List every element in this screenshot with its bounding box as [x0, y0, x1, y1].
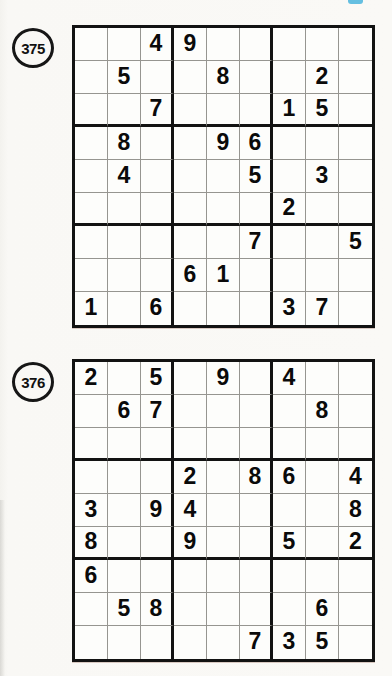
- sudoku-cell-r3c7: 1: [273, 94, 306, 127]
- given-digit: 4: [283, 366, 296, 389]
- sudoku-cell-r2c8: 8: [306, 395, 339, 428]
- sudoku-cell-r3c2: [108, 94, 141, 127]
- given-digit: 7: [249, 230, 262, 253]
- sudoku-cell-r7c6: 7: [240, 226, 273, 259]
- puzzle-number: 375: [21, 40, 45, 57]
- sudoku-cell-r6c6: [240, 193, 273, 226]
- given-digit: 8: [316, 399, 329, 422]
- sudoku-cell-r8c6: [240, 593, 273, 626]
- sudoku-cell-r4c3: [141, 461, 174, 494]
- sudoku-cell-r4c9: 4: [339, 461, 372, 494]
- given-digit: 6: [249, 131, 262, 154]
- sudoku-cell-r2c7: [273, 61, 306, 94]
- sudoku-cell-r4c2: [108, 461, 141, 494]
- sudoku-cell-r2c2: 6: [108, 395, 141, 428]
- sudoku-cell-r5c3: [141, 160, 174, 193]
- sudoku-cell-r7c3: [141, 560, 174, 593]
- sudoku-cell-r1c5: 9: [207, 362, 240, 395]
- given-digit: 6: [85, 564, 98, 587]
- sudoku-cell-r1c8: [306, 28, 339, 61]
- sudoku-cell-r2c8: 2: [306, 61, 339, 94]
- sudoku-cell-r3c1: [75, 428, 108, 461]
- sudoku-cell-r3c5: [207, 428, 240, 461]
- sudoku-cell-r5c2: [108, 494, 141, 527]
- sudoku-cell-r5c5: [207, 160, 240, 193]
- sudoku-cell-r7c6: [240, 560, 273, 593]
- sudoku-cell-r6c1: 8: [75, 527, 108, 560]
- sudoku-cell-r3c6: [240, 94, 273, 127]
- sudoku-cell-r6c4: 9: [174, 527, 207, 560]
- given-digit: 6: [150, 296, 163, 319]
- given-digit: 2: [283, 196, 296, 219]
- sudoku-cell-r7c2: [108, 226, 141, 259]
- page-corner-print-mark: [348, 0, 363, 4]
- given-digit: 5: [283, 530, 296, 553]
- sudoku-cell-r3c3: [141, 428, 174, 461]
- sudoku-cell-r8c3: 8: [141, 593, 174, 626]
- sudoku-cell-r7c8: [306, 560, 339, 593]
- sudoku-cell-r9c6: 7: [240, 626, 273, 659]
- sudoku-cell-r7c2: [108, 560, 141, 593]
- given-digit: 8: [249, 465, 262, 488]
- sudoku-cell-r2c3: 7: [141, 395, 174, 428]
- sudoku-cell-r7c4: [174, 226, 207, 259]
- sudoku-cell-r1c9: [339, 28, 372, 61]
- sudoku-cell-r5c8: 3: [306, 160, 339, 193]
- sudoku-cell-r7c1: 6: [75, 560, 108, 593]
- sudoku-cell-r4c8: [306, 461, 339, 494]
- sudoku-cell-r5c1: 3: [75, 494, 108, 527]
- sudoku-cell-r7c1: [75, 226, 108, 259]
- sudoku-cell-r9c2: [108, 292, 141, 325]
- sudoku-cell-r4c1: [75, 461, 108, 494]
- sudoku-cell-r1c4: 9: [174, 28, 207, 61]
- sudoku-cell-r7c7: [273, 560, 306, 593]
- sudoku-cell-r5c4: 4: [174, 494, 207, 527]
- sudoku-cell-r5c3: 9: [141, 494, 174, 527]
- given-digit: 2: [184, 465, 197, 488]
- given-digit: 5: [118, 65, 131, 88]
- sudoku-cell-r8c5: [207, 593, 240, 626]
- sudoku-cell-r7c9: [339, 560, 372, 593]
- sudoku-cell-r8c1: [75, 593, 108, 626]
- sudoku-cell-r9c4: [174, 292, 207, 325]
- sudoku-cell-r9c7: 3: [273, 626, 306, 659]
- given-digit: 1: [283, 97, 296, 120]
- sudoku-cell-r2c7: [273, 395, 306, 428]
- sudoku-cell-r6c8: [306, 193, 339, 226]
- sudoku-cell-r4c5: 9: [207, 127, 240, 160]
- given-digit: 9: [150, 498, 163, 521]
- sudoku-cell-r9c8: 7: [306, 292, 339, 325]
- sudoku-cell-r1c5: [207, 28, 240, 61]
- given-digit: 3: [316, 164, 329, 187]
- sudoku-cell-r6c5: [207, 527, 240, 560]
- given-digit: 8: [85, 530, 98, 553]
- sudoku-cell-r1c3: 5: [141, 362, 174, 395]
- sudoku-cell-r1c1: 2: [75, 362, 108, 395]
- sudoku-cell-r6c7: 5: [273, 527, 306, 560]
- given-digit: 6: [184, 263, 197, 286]
- sudoku-cell-r6c4: [174, 193, 207, 226]
- given-digit: 5: [316, 630, 329, 653]
- sudoku-cell-r3c9: [339, 94, 372, 127]
- given-digit: 2: [316, 65, 329, 88]
- sudoku-cell-r9c9: [339, 626, 372, 659]
- sudoku-cell-r7c4: [174, 560, 207, 593]
- sudoku-cell-r3c8: [306, 428, 339, 461]
- sudoku-cell-r4c7: 6: [273, 461, 306, 494]
- sudoku-cell-r6c2: [108, 527, 141, 560]
- given-digit: 1: [85, 296, 98, 319]
- given-digit: 5: [150, 366, 163, 389]
- sudoku-cell-r9c4: [174, 626, 207, 659]
- sudoku-cell-r9c1: [75, 626, 108, 659]
- sudoku-cell-r5c7: [273, 160, 306, 193]
- sudoku-cell-r8c6: [240, 259, 273, 292]
- sudoku-cell-r3c3: 7: [141, 94, 174, 127]
- sudoku-cell-r3c5: [207, 94, 240, 127]
- sudoku-cell-r1c2: [108, 362, 141, 395]
- sudoku-cell-r5c9: [339, 160, 372, 193]
- sudoku-cell-r6c7: 2: [273, 193, 306, 226]
- sudoku-cell-r5c8: [306, 494, 339, 527]
- given-digit: 3: [283, 630, 296, 653]
- sudoku-cell-r1c1: [75, 28, 108, 61]
- sudoku-cell-r1c9: [339, 362, 372, 395]
- sudoku-cell-r7c5: [207, 226, 240, 259]
- page-edge-shadow: [0, 500, 5, 676]
- given-digit: 8: [150, 597, 163, 620]
- sudoku-cell-r2c6: [240, 61, 273, 94]
- sudoku-cell-r1c7: 4: [273, 362, 306, 395]
- sudoku-cell-r6c9: [339, 193, 372, 226]
- given-digit: 1: [217, 263, 230, 286]
- sudoku-cell-r6c3: [141, 193, 174, 226]
- sudoku-cell-r2c9: [339, 61, 372, 94]
- sudoku-cell-r8c9: [339, 593, 372, 626]
- sudoku-cell-r2c5: [207, 395, 240, 428]
- sudoku-cell-r8c4: 6: [174, 259, 207, 292]
- sudoku-cell-r9c1: 1: [75, 292, 108, 325]
- sudoku-cell-r8c2: [108, 259, 141, 292]
- sudoku-cell-r4c4: [174, 127, 207, 160]
- sudoku-cell-r4c9: [339, 127, 372, 160]
- sudoku-cell-r4c5: [207, 461, 240, 494]
- sudoku-cell-r2c1: [75, 395, 108, 428]
- sudoku-cell-r1c7: [273, 28, 306, 61]
- given-digit: 2: [85, 366, 98, 389]
- sudoku-cell-r6c3: [141, 527, 174, 560]
- sudoku-cell-r9c3: 6: [141, 292, 174, 325]
- sudoku-cell-r8c8: [306, 259, 339, 292]
- sudoku-cell-r2c4: [174, 395, 207, 428]
- sudoku-cell-r8c2: 5: [108, 593, 141, 626]
- sudoku-cell-r9c6: [240, 292, 273, 325]
- sudoku-cell-r6c2: [108, 193, 141, 226]
- given-digit: 8: [349, 498, 362, 521]
- sudoku-cell-r4c8: [306, 127, 339, 160]
- given-digit: 7: [316, 296, 329, 319]
- sudoku-cell-r8c1: [75, 259, 108, 292]
- sudoku-cell-r4c7: [273, 127, 306, 160]
- sudoku-cell-r1c6: [240, 362, 273, 395]
- sudoku-cell-r7c8: [306, 226, 339, 259]
- sudoku-cell-r8c4: [174, 593, 207, 626]
- sudoku-cell-r1c8: [306, 362, 339, 395]
- sudoku-cell-r3c4: [174, 428, 207, 461]
- sudoku-cell-r8c7: [273, 593, 306, 626]
- given-digit: 6: [283, 465, 296, 488]
- given-digit: 4: [150, 32, 163, 55]
- given-digit: 5: [249, 164, 262, 187]
- sudoku-cell-r9c8: 5: [306, 626, 339, 659]
- sudoku-cell-r1c2: [108, 28, 141, 61]
- sudoku-cell-r4c2: 8: [108, 127, 141, 160]
- given-digit: 4: [184, 498, 197, 521]
- sudoku-cell-r6c6: [240, 527, 273, 560]
- given-digit: 9: [217, 366, 230, 389]
- puzzle-number: 376: [21, 374, 45, 391]
- sudoku-cell-r7c5: [207, 560, 240, 593]
- puzzle-number-badge: 375: [12, 28, 54, 68]
- sudoku-cell-r3c7: [273, 428, 306, 461]
- given-digit: 9: [184, 530, 197, 553]
- sudoku-cell-r9c2: [108, 626, 141, 659]
- sudoku-cell-r4c1: [75, 127, 108, 160]
- given-digit: 5: [118, 597, 131, 620]
- sudoku-cell-r1c4: [174, 362, 207, 395]
- given-digit: 2: [349, 530, 362, 553]
- sudoku-cell-r5c6: [240, 494, 273, 527]
- given-digit: 3: [85, 498, 98, 521]
- sudoku-cell-r5c9: 8: [339, 494, 372, 527]
- given-digit: 4: [118, 164, 131, 187]
- sudoku-cell-r5c7: [273, 494, 306, 527]
- given-digit: 6: [118, 399, 131, 422]
- given-digit: 7: [150, 399, 163, 422]
- sudoku-cell-r2c4: [174, 61, 207, 94]
- sudoku-cell-r6c1: [75, 193, 108, 226]
- sudoku-grid-375: 49582715896453275611637: [72, 25, 375, 328]
- sudoku-cell-r4c3: [141, 127, 174, 160]
- sudoku-cell-r9c5: [207, 292, 240, 325]
- sudoku-cell-r2c3: [141, 61, 174, 94]
- sudoku-cell-r3c1: [75, 94, 108, 127]
- given-digit: 7: [150, 97, 163, 120]
- sudoku-cell-r8c5: 1: [207, 259, 240, 292]
- given-digit: 7: [249, 630, 262, 653]
- sudoku-cell-r5c6: 5: [240, 160, 273, 193]
- given-digit: 9: [217, 131, 230, 154]
- puzzle-number-badge: 376: [12, 362, 54, 402]
- given-digit: 3: [283, 296, 296, 319]
- sudoku-cell-r5c4: [174, 160, 207, 193]
- given-digit: 6: [316, 597, 329, 620]
- sudoku-cell-r2c6: [240, 395, 273, 428]
- sudoku-cell-r9c5: [207, 626, 240, 659]
- sudoku-cell-r8c7: [273, 259, 306, 292]
- given-digit: 8: [217, 65, 230, 88]
- sudoku-cell-r5c2: 4: [108, 160, 141, 193]
- sudoku-cell-r3c2: [108, 428, 141, 461]
- given-digit: 8: [118, 131, 131, 154]
- sudoku-cell-r7c9: 5: [339, 226, 372, 259]
- sudoku-cell-r7c3: [141, 226, 174, 259]
- sudoku-cell-r2c9: [339, 395, 372, 428]
- sudoku-cell-r9c3: [141, 626, 174, 659]
- sudoku-cell-r5c1: [75, 160, 108, 193]
- sudoku-cell-r9c7: 3: [273, 292, 306, 325]
- sudoku-cell-r3c4: [174, 94, 207, 127]
- sudoku-cell-r8c8: 6: [306, 593, 339, 626]
- sudoku-cell-r2c5: 8: [207, 61, 240, 94]
- sudoku-cell-r6c8: [306, 527, 339, 560]
- sudoku-cell-r2c1: [75, 61, 108, 94]
- given-digit: 5: [349, 230, 362, 253]
- sudoku-cell-r4c6: 8: [240, 461, 273, 494]
- sudoku-cell-r8c3: [141, 259, 174, 292]
- given-digit: 9: [184, 32, 197, 55]
- sudoku-cell-r6c5: [207, 193, 240, 226]
- sudoku-cell-r4c6: 6: [240, 127, 273, 160]
- sudoku-cell-r8c9: [339, 259, 372, 292]
- sudoku-cell-r3c9: [339, 428, 372, 461]
- sudoku-cell-r3c8: 5: [306, 94, 339, 127]
- sudoku-cell-r7c7: [273, 226, 306, 259]
- sudoku-grid-376: 25946782864394889526586735: [72, 359, 375, 662]
- sudoku-cell-r1c3: 4: [141, 28, 174, 61]
- sudoku-cell-r9c9: [339, 292, 372, 325]
- sudoku-cell-r6c9: 2: [339, 527, 372, 560]
- sudoku-cell-r5c5: [207, 494, 240, 527]
- sudoku-cell-r3c6: [240, 428, 273, 461]
- sudoku-cell-r4c4: 2: [174, 461, 207, 494]
- sudoku-cell-r2c2: 5: [108, 61, 141, 94]
- given-digit: 4: [349, 465, 362, 488]
- given-digit: 5: [316, 97, 329, 120]
- sudoku-cell-r1c6: [240, 28, 273, 61]
